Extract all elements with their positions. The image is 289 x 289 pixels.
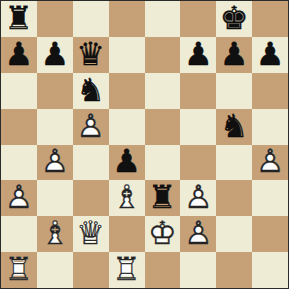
square-f2[interactable]: ♟♙ [180, 216, 216, 252]
square-c1[interactable] [73, 252, 109, 288]
square-e2[interactable]: ♚♔ [145, 216, 181, 252]
piece-outline-layer: ♗ [112, 181, 141, 213]
square-e3[interactable]: ♜ [145, 180, 181, 216]
piece-glyph: ♜ [5, 2, 34, 34]
square-d5[interactable] [109, 109, 145, 145]
square-c5[interactable]: ♟♙ [73, 109, 109, 145]
square-c4[interactable] [73, 145, 109, 181]
piece-outline-layer: ♙ [184, 217, 213, 249]
square-g7[interactable]: ♟ [216, 37, 252, 73]
white-king[interactable]: ♚♔ [145, 216, 181, 252]
white-bishop[interactable]: ♝♗ [109, 180, 145, 216]
square-a2[interactable] [1, 216, 37, 252]
square-f3[interactable]: ♟♙ [180, 180, 216, 216]
square-a4[interactable] [1, 145, 37, 181]
square-a1[interactable]: ♜♖ [1, 252, 37, 288]
square-g2[interactable] [216, 216, 252, 252]
square-g5[interactable]: ♞ [216, 109, 252, 145]
square-b2[interactable]: ♝♗ [37, 216, 73, 252]
square-d3[interactable]: ♝♗ [109, 180, 145, 216]
square-g4[interactable] [216, 145, 252, 181]
square-d7[interactable] [109, 37, 145, 73]
square-g8[interactable]: ♚ [216, 1, 252, 37]
piece-outline-layer: ♕ [76, 217, 105, 249]
square-c8[interactable] [73, 1, 109, 37]
square-e7[interactable] [145, 37, 181, 73]
square-a8[interactable]: ♜ [1, 1, 37, 37]
white-pawn[interactable]: ♟♙ [37, 145, 73, 181]
black-queen[interactable]: ♛ [73, 37, 109, 73]
square-b1[interactable] [37, 252, 73, 288]
piece-glyph: ♟ [220, 38, 249, 70]
square-b4[interactable]: ♟♙ [37, 145, 73, 181]
square-b8[interactable] [37, 1, 73, 37]
square-e6[interactable] [145, 73, 181, 109]
piece-outline-layer: ♙ [40, 145, 69, 177]
piece-outline-layer: ♔ [148, 217, 177, 249]
white-rook[interactable]: ♜♖ [1, 252, 37, 288]
square-d8[interactable] [109, 1, 145, 37]
square-f6[interactable] [180, 73, 216, 109]
black-pawn[interactable]: ♟ [216, 37, 252, 73]
piece-glyph: ♞ [220, 110, 249, 142]
black-pawn[interactable]: ♟ [252, 37, 288, 73]
black-rook[interactable]: ♜ [1, 1, 37, 37]
square-e8[interactable] [145, 1, 181, 37]
square-h1[interactable] [252, 252, 288, 288]
piece-glyph: ♛ [76, 38, 105, 70]
piece-glyph: ♟ [5, 38, 34, 70]
square-f8[interactable] [180, 1, 216, 37]
square-c7[interactable]: ♛ [73, 37, 109, 73]
piece-glyph: ♟ [112, 145, 141, 177]
square-e1[interactable] [145, 252, 181, 288]
square-g1[interactable] [216, 252, 252, 288]
square-d1[interactable]: ♜♖ [109, 252, 145, 288]
square-h3[interactable] [252, 180, 288, 216]
square-f7[interactable]: ♟ [180, 37, 216, 73]
white-pawn[interactable]: ♟♙ [180, 216, 216, 252]
square-f4[interactable] [180, 145, 216, 181]
piece-outline-layer: ♖ [112, 253, 141, 285]
piece-glyph: ♚ [220, 2, 249, 34]
white-queen[interactable]: ♛♕ [73, 216, 109, 252]
square-h2[interactable] [252, 216, 288, 252]
white-pawn[interactable]: ♟♙ [73, 109, 109, 145]
black-rook[interactable]: ♜ [145, 180, 181, 216]
piece-glyph: ♞ [76, 74, 105, 106]
piece-glyph: ♟ [256, 38, 285, 70]
white-rook[interactable]: ♜♖ [109, 252, 145, 288]
piece-outline-layer: ♙ [76, 110, 105, 142]
black-knight[interactable]: ♞ [216, 109, 252, 145]
black-pawn[interactable]: ♟ [109, 145, 145, 181]
square-c3[interactable] [73, 180, 109, 216]
square-b7[interactable]: ♟ [37, 37, 73, 73]
square-c2[interactable]: ♛♕ [73, 216, 109, 252]
chess-board: ♜♚♟♟♛♟♟♟♞♟♙♞♟♙♟♟♙♟♙♝♗♜♟♙♝♗♛♕♚♔♟♙♜♖♜♖ [0, 0, 289, 289]
piece-outline-layer: ♗ [40, 217, 69, 249]
black-pawn[interactable]: ♟ [1, 37, 37, 73]
square-f1[interactable] [180, 252, 216, 288]
square-a3[interactable]: ♟♙ [1, 180, 37, 216]
square-d4[interactable]: ♟ [109, 145, 145, 181]
square-h4[interactable]: ♟♙ [252, 145, 288, 181]
square-e5[interactable] [145, 109, 181, 145]
square-a7[interactable]: ♟ [1, 37, 37, 73]
square-g6[interactable] [216, 73, 252, 109]
square-a5[interactable] [1, 109, 37, 145]
square-g3[interactable] [216, 180, 252, 216]
piece-outline-layer: ♙ [5, 181, 34, 213]
white-pawn[interactable]: ♟♙ [180, 180, 216, 216]
square-h5[interactable] [252, 109, 288, 145]
square-b3[interactable] [37, 180, 73, 216]
piece-glyph: ♟ [184, 38, 213, 70]
piece-outline-layer: ♖ [5, 253, 34, 285]
piece-outline-layer: ♙ [256, 145, 285, 177]
square-d6[interactable] [109, 73, 145, 109]
black-king[interactable]: ♚ [216, 1, 252, 37]
square-h6[interactable] [252, 73, 288, 109]
square-f5[interactable] [180, 109, 216, 145]
piece-glyph: ♟ [40, 38, 69, 70]
white-bishop[interactable]: ♝♗ [37, 216, 73, 252]
black-knight[interactable]: ♞ [73, 73, 109, 109]
square-b5[interactable] [37, 109, 73, 145]
square-d2[interactable] [109, 216, 145, 252]
white-pawn[interactable]: ♟♙ [1, 180, 37, 216]
white-pawn[interactable]: ♟♙ [252, 145, 288, 181]
piece-outline-layer: ♙ [184, 181, 213, 213]
square-h8[interactable] [252, 1, 288, 37]
square-b6[interactable] [37, 73, 73, 109]
square-c6[interactable]: ♞ [73, 73, 109, 109]
square-e4[interactable] [145, 145, 181, 181]
square-a6[interactable] [1, 73, 37, 109]
square-h7[interactable]: ♟ [252, 37, 288, 73]
black-pawn[interactable]: ♟ [37, 37, 73, 73]
black-pawn[interactable]: ♟ [180, 37, 216, 73]
piece-glyph: ♜ [148, 181, 177, 213]
